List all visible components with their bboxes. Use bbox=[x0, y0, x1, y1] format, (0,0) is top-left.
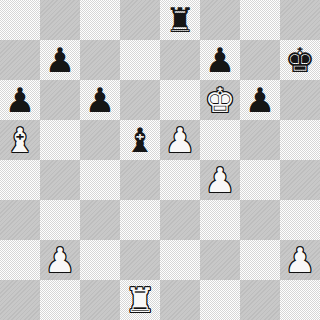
square-e2[interactable] bbox=[160, 240, 200, 280]
square-f4[interactable]: ♟ bbox=[200, 160, 240, 200]
piece-black-pawn[interactable]: ♟ bbox=[205, 40, 235, 80]
piece-black-bishop[interactable]: ♝ bbox=[125, 120, 155, 160]
piece-white-pawn[interactable]: ♟ bbox=[165, 120, 195, 160]
square-e8[interactable]: ♜ bbox=[160, 0, 200, 40]
square-g8[interactable] bbox=[240, 0, 280, 40]
square-a6[interactable]: ♟ bbox=[0, 80, 40, 120]
square-d3[interactable] bbox=[120, 200, 160, 240]
square-f1[interactable] bbox=[200, 280, 240, 320]
square-b1[interactable] bbox=[40, 280, 80, 320]
square-d8[interactable] bbox=[120, 0, 160, 40]
square-c1[interactable] bbox=[80, 280, 120, 320]
square-a2[interactable] bbox=[0, 240, 40, 280]
square-h5[interactable] bbox=[280, 120, 320, 160]
square-d5[interactable]: ♝ bbox=[120, 120, 160, 160]
square-f8[interactable] bbox=[200, 0, 240, 40]
square-h8[interactable] bbox=[280, 0, 320, 40]
square-h1[interactable] bbox=[280, 280, 320, 320]
square-d6[interactable] bbox=[120, 80, 160, 120]
square-b8[interactable] bbox=[40, 0, 80, 40]
square-d1[interactable]: ♜ bbox=[120, 280, 160, 320]
chess-board: ♜♟♟♚♟♟♚♟♝♝♟♟♟♟♜ bbox=[0, 0, 320, 320]
square-b5[interactable] bbox=[40, 120, 80, 160]
square-b6[interactable] bbox=[40, 80, 80, 120]
square-f5[interactable] bbox=[200, 120, 240, 160]
square-h2[interactable]: ♟ bbox=[280, 240, 320, 280]
square-g2[interactable] bbox=[240, 240, 280, 280]
square-g5[interactable] bbox=[240, 120, 280, 160]
square-c8[interactable] bbox=[80, 0, 120, 40]
piece-black-king[interactable]: ♚ bbox=[285, 40, 315, 80]
piece-black-pawn[interactable]: ♟ bbox=[5, 80, 35, 120]
square-g4[interactable] bbox=[240, 160, 280, 200]
piece-white-pawn[interactable]: ♟ bbox=[285, 240, 315, 280]
square-h3[interactable] bbox=[280, 200, 320, 240]
square-f2[interactable] bbox=[200, 240, 240, 280]
square-a1[interactable] bbox=[0, 280, 40, 320]
square-c4[interactable] bbox=[80, 160, 120, 200]
square-c2[interactable] bbox=[80, 240, 120, 280]
square-e4[interactable] bbox=[160, 160, 200, 200]
piece-white-pawn[interactable]: ♟ bbox=[205, 160, 235, 200]
piece-black-pawn[interactable]: ♟ bbox=[45, 40, 75, 80]
piece-white-pawn[interactable]: ♟ bbox=[45, 240, 75, 280]
square-c3[interactable] bbox=[80, 200, 120, 240]
square-g6[interactable]: ♟ bbox=[240, 80, 280, 120]
square-d7[interactable] bbox=[120, 40, 160, 80]
square-d4[interactable] bbox=[120, 160, 160, 200]
square-c6[interactable]: ♟ bbox=[80, 80, 120, 120]
square-e1[interactable] bbox=[160, 280, 200, 320]
piece-white-rook[interactable]: ♜ bbox=[125, 280, 155, 320]
square-b3[interactable] bbox=[40, 200, 80, 240]
square-a4[interactable] bbox=[0, 160, 40, 200]
square-e7[interactable] bbox=[160, 40, 200, 80]
square-c5[interactable] bbox=[80, 120, 120, 160]
square-g1[interactable] bbox=[240, 280, 280, 320]
square-e6[interactable] bbox=[160, 80, 200, 120]
square-h6[interactable] bbox=[280, 80, 320, 120]
square-h4[interactable] bbox=[280, 160, 320, 200]
square-a5[interactable]: ♝ bbox=[0, 120, 40, 160]
piece-black-rook[interactable]: ♜ bbox=[165, 0, 195, 40]
square-e3[interactable] bbox=[160, 200, 200, 240]
piece-black-pawn[interactable]: ♟ bbox=[245, 80, 275, 120]
piece-white-king[interactable]: ♚ bbox=[205, 80, 235, 120]
square-f7[interactable]: ♟ bbox=[200, 40, 240, 80]
square-d2[interactable] bbox=[120, 240, 160, 280]
square-e5[interactable]: ♟ bbox=[160, 120, 200, 160]
square-b2[interactable]: ♟ bbox=[40, 240, 80, 280]
square-h7[interactable]: ♚ bbox=[280, 40, 320, 80]
piece-white-bishop[interactable]: ♝ bbox=[5, 120, 35, 160]
square-b7[interactable]: ♟ bbox=[40, 40, 80, 80]
square-a3[interactable] bbox=[0, 200, 40, 240]
piece-black-pawn[interactable]: ♟ bbox=[85, 80, 115, 120]
square-g3[interactable] bbox=[240, 200, 280, 240]
square-a8[interactable] bbox=[0, 0, 40, 40]
square-a7[interactable] bbox=[0, 40, 40, 80]
square-b4[interactable] bbox=[40, 160, 80, 200]
square-g7[interactable] bbox=[240, 40, 280, 80]
square-f3[interactable] bbox=[200, 200, 240, 240]
square-c7[interactable] bbox=[80, 40, 120, 80]
square-f6[interactable]: ♚ bbox=[200, 80, 240, 120]
